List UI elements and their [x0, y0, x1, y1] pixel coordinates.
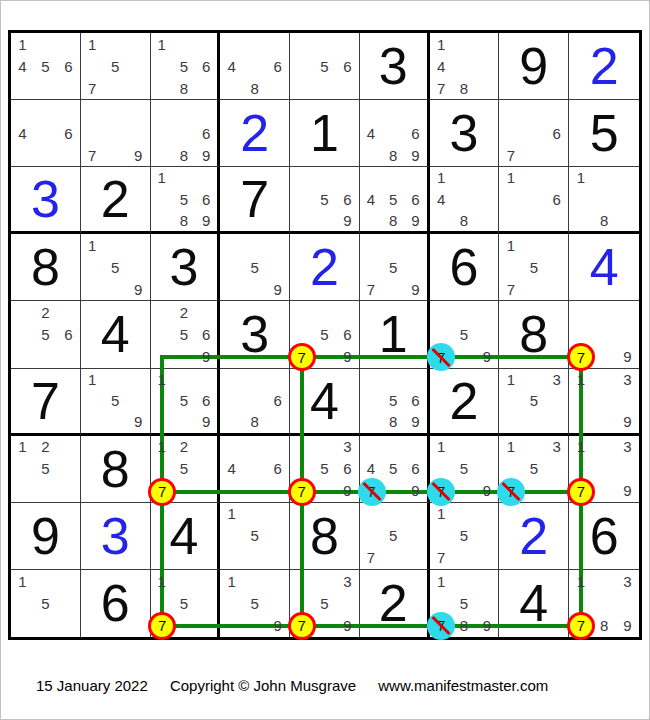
candidate-5: 5 — [173, 592, 195, 614]
candidate-1: 1 — [569, 436, 592, 458]
footer-copyright: Copyright © John Musgrave — [170, 677, 356, 694]
candidate-1: 1 — [151, 436, 173, 458]
given-digit: 8 — [499, 301, 568, 367]
cell-r2c6[interactable]: 4689 — [360, 100, 430, 167]
sudoku-board: 1456157156846856314789246796892146893675… — [8, 30, 642, 640]
candidate-8: 8 — [453, 77, 476, 99]
candidate-4: 4 — [11, 122, 34, 144]
cell-r2c7[interactable]: 3 — [430, 100, 500, 167]
given-digit: 1 — [290, 100, 359, 166]
cell-r2c1[interactable]: 46 — [11, 100, 81, 167]
candidate-6: 6 — [545, 122, 568, 144]
cell-r6c9[interactable]: 139 — [569, 369, 639, 436]
candidate-4: 4 — [220, 458, 243, 480]
candidate-1: 1 — [220, 570, 243, 592]
cell-r5c8[interactable]: 8 — [499, 301, 569, 368]
candidates: 159 — [81, 234, 150, 300]
candidate-8: 8 — [382, 411, 404, 432]
candidate-6: 6 — [266, 390, 289, 411]
cell-r6c8[interactable]: 135 — [499, 369, 569, 436]
given-digit: 2 — [81, 167, 150, 231]
candidate-5: 5 — [173, 458, 195, 480]
cell-r6c1[interactable]: 7 — [11, 369, 81, 436]
cell-r8c1[interactable]: 9 — [11, 503, 81, 570]
candidates: 1568 — [151, 33, 218, 99]
candidate-5: 5 — [173, 390, 195, 411]
candidate-4: 4 — [220, 55, 243, 77]
candidate-1: 1 — [11, 570, 34, 592]
candidate-5: 5 — [313, 323, 336, 345]
solved-digit: 2 — [290, 234, 359, 300]
elimination-slash-icon — [502, 482, 521, 501]
candidate-6: 6 — [195, 390, 217, 411]
candidate-7: 7 — [430, 547, 453, 569]
solved-digit: 3 — [11, 167, 80, 231]
cell-r6c7[interactable]: 2 — [430, 369, 500, 436]
cell-r2c2[interactable]: 79 — [81, 100, 151, 167]
cell-r1c4[interactable]: 468 — [220, 33, 290, 100]
candidates: 56 — [290, 33, 359, 99]
candidate-7: 7 — [81, 77, 104, 99]
candidate-9: 9 — [195, 411, 217, 432]
candidates: 159 — [81, 369, 150, 433]
candidate-5: 5 — [522, 390, 545, 411]
candidate-5: 5 — [173, 55, 195, 77]
candidate-6: 6 — [404, 189, 426, 210]
candidate-5: 5 — [453, 323, 476, 345]
candidates: 15689 — [151, 167, 218, 231]
candidate-5: 5 — [243, 256, 266, 278]
candidates: 579 — [360, 234, 427, 300]
given-digit: 4 — [81, 301, 150, 367]
candidate-2: 2 — [173, 301, 195, 323]
cell-r4c1[interactable]: 8 — [11, 234, 81, 301]
candidates: 5689 — [360, 369, 427, 433]
candidate-1: 1 — [81, 369, 104, 390]
cell-r2c5[interactable]: 1 — [290, 100, 360, 167]
eliminated-7-r7c8: 7 — [497, 478, 525, 506]
cell-r9c1[interactable]: 15 — [11, 570, 81, 637]
loop-node-7-r7c5: 7 — [288, 478, 316, 506]
loop-node-7-r7c3: 7 — [148, 478, 176, 506]
candidates: 57 — [360, 503, 427, 569]
candidate-4: 4 — [360, 189, 382, 210]
loop-node-7-r9c9: 7 — [567, 612, 595, 640]
cell-r9c4[interactable]: 159 — [220, 570, 290, 637]
candidate-3: 3 — [616, 369, 639, 390]
given-digit: 8 — [11, 234, 80, 300]
elimination-slash-icon — [432, 482, 451, 501]
candidate-7: 7 — [499, 144, 522, 166]
cell-r5c4[interactable]: 3 — [220, 301, 290, 368]
candidates: 2569 — [151, 301, 218, 367]
candidate-9: 9 — [404, 278, 426, 300]
cell-r3c4[interactable]: 7 — [220, 167, 290, 234]
candidate-1: 1 — [430, 167, 453, 188]
candidate-1: 1 — [151, 369, 173, 390]
given-digit: 8 — [290, 503, 359, 569]
given-digit: 9 — [11, 503, 80, 569]
candidates: 79 — [81, 100, 150, 166]
candidate-8: 8 — [173, 77, 195, 99]
candidate-9: 9 — [195, 210, 217, 231]
candidates: 157 — [430, 503, 499, 569]
candidate-8: 8 — [592, 210, 615, 231]
candidate-3: 3 — [336, 570, 359, 592]
candidate-9: 9 — [266, 615, 289, 637]
candidate-2: 2 — [34, 301, 57, 323]
candidate-9: 9 — [404, 480, 426, 502]
given-digit: 8 — [81, 436, 150, 502]
candidates: 15 — [11, 570, 80, 637]
candidate-8: 8 — [382, 210, 404, 231]
candidate-6: 6 — [266, 458, 289, 480]
candidate-9: 9 — [616, 480, 639, 502]
candidate-9: 9 — [127, 411, 150, 432]
candidate-5: 5 — [522, 256, 545, 278]
candidate-2: 2 — [173, 436, 195, 458]
candidate-5: 5 — [173, 323, 195, 345]
candidate-1: 1 — [430, 503, 453, 525]
candidate-8: 8 — [453, 615, 476, 637]
candidate-5: 5 — [243, 592, 266, 614]
candidate-5: 5 — [34, 323, 57, 345]
candidate-1: 1 — [430, 436, 453, 458]
given-digit: 6 — [569, 503, 639, 569]
candidate-1: 1 — [220, 503, 243, 525]
cell-r5c6[interactable]: 1 — [360, 301, 430, 368]
candidates: 159 — [220, 570, 289, 637]
candidate-6: 6 — [195, 122, 217, 144]
cell-r2c8[interactable]: 67 — [499, 100, 569, 167]
eliminated-7-r7c6: 7 — [358, 478, 386, 506]
candidate-2: 2 — [34, 436, 57, 458]
candidate-9: 9 — [476, 615, 499, 637]
candidate-4: 4 — [430, 55, 453, 77]
candidate-9: 9 — [195, 144, 217, 166]
candidate-9: 9 — [616, 346, 639, 368]
cell-r3c2[interactable]: 2 — [81, 167, 151, 234]
candidates: 68 — [220, 369, 289, 433]
given-digit: 4 — [151, 503, 218, 569]
candidate-9: 9 — [616, 615, 639, 637]
cell-r8c9[interactable]: 6 — [569, 503, 639, 570]
candidate-4: 4 — [11, 55, 34, 77]
candidate-6: 6 — [57, 122, 80, 144]
cell-r2c3[interactable]: 689 — [151, 100, 221, 167]
candidate-5: 5 — [313, 592, 336, 614]
candidates: 1569 — [151, 369, 218, 433]
candidate-9: 9 — [336, 615, 359, 637]
candidate-9: 9 — [195, 346, 217, 368]
cell-r8c2[interactable]: 3 — [81, 503, 151, 570]
candidate-5: 5 — [382, 390, 404, 411]
candidate-5: 5 — [453, 458, 476, 480]
cell-r5c1[interactable]: 256 — [11, 301, 81, 368]
loop-node-7-r9c5: 7 — [288, 612, 316, 640]
cell-r3c8[interactable]: 16 — [499, 167, 569, 234]
cell-r6c5[interactable]: 4 — [290, 369, 360, 436]
candidate-7: 7 — [430, 77, 453, 99]
candidate-8: 8 — [173, 210, 195, 231]
loop-node-7-r5c5: 7 — [288, 343, 316, 371]
given-digit: 4 — [290, 369, 359, 433]
cell-r8c4[interactable]: 15 — [220, 503, 290, 570]
cell-r3c6[interactable]: 45689 — [360, 167, 430, 234]
candidate-4: 4 — [360, 458, 382, 480]
candidate-8: 8 — [453, 210, 476, 231]
candidate-6: 6 — [195, 189, 217, 210]
solved-digit: 2 — [499, 503, 568, 569]
candidate-1: 1 — [499, 436, 522, 458]
candidates: 1478 — [430, 33, 499, 99]
cell-r1c2[interactable]: 157 — [81, 33, 151, 100]
cell-r7c1[interactable]: 125 — [11, 436, 81, 503]
cell-r9c2[interactable]: 6 — [81, 570, 151, 637]
candidates: 135 — [499, 369, 568, 433]
given-digit: 7 — [220, 167, 289, 231]
candidate-6: 6 — [266, 55, 289, 77]
solved-digit: 4 — [569, 234, 639, 300]
given-digit: 9 — [499, 33, 568, 99]
candidate-9: 9 — [476, 480, 499, 502]
candidates: 468 — [220, 33, 289, 99]
candidate-3: 3 — [616, 436, 639, 458]
cell-r1c1[interactable]: 1456 — [11, 33, 81, 100]
candidate-9: 9 — [476, 346, 499, 368]
candidate-1: 1 — [569, 570, 592, 592]
candidates: 148 — [430, 167, 499, 231]
cell-r1c7[interactable]: 1478 — [430, 33, 500, 100]
given-digit: 6 — [81, 570, 150, 637]
candidate-1: 1 — [430, 33, 453, 55]
candidate-5: 5 — [34, 55, 57, 77]
candidates: 125 — [11, 436, 80, 502]
cell-r3c7[interactable]: 148 — [430, 167, 500, 234]
candidate-9: 9 — [266, 278, 289, 300]
candidate-6: 6 — [195, 323, 217, 345]
elimination-slash-icon — [362, 482, 381, 501]
candidate-9: 9 — [127, 144, 150, 166]
candidate-6: 6 — [336, 458, 359, 480]
candidate-6: 6 — [336, 55, 359, 77]
candidate-3: 3 — [616, 570, 639, 592]
candidate-1: 1 — [151, 570, 173, 592]
cell-r8c7[interactable]: 157 — [430, 503, 500, 570]
cell-r2c9[interactable]: 5 — [569, 100, 639, 167]
candidate-5: 5 — [173, 189, 195, 210]
cell-r4c4[interactable]: 59 — [220, 234, 290, 301]
candidate-5: 5 — [313, 55, 336, 77]
candidates: 689 — [151, 100, 218, 166]
candidate-5: 5 — [382, 525, 404, 547]
candidates: 157 — [499, 234, 568, 300]
candidate-5: 5 — [522, 458, 545, 480]
cell-r1c6[interactable]: 3 — [360, 33, 430, 100]
footer: 15 January 2022 Copyright © John Musgrav… — [36, 677, 566, 694]
candidate-6: 6 — [57, 55, 80, 77]
elimination-slash-icon — [432, 348, 451, 367]
candidate-4: 4 — [430, 189, 453, 210]
cell-r1c3[interactable]: 1568 — [151, 33, 221, 100]
candidates: 46 — [220, 436, 289, 502]
candidate-7: 7 — [360, 547, 382, 569]
candidate-5: 5 — [243, 525, 266, 547]
cell-r4c7[interactable]: 6 — [430, 234, 500, 301]
solved-digit: 2 — [569, 33, 639, 99]
cell-r5c3[interactable]: 2569 — [151, 301, 221, 368]
cell-r6c4[interactable]: 68 — [220, 369, 290, 436]
cell-r6c6[interactable]: 5689 — [360, 369, 430, 436]
cell-r9c8[interactable]: 4 — [499, 570, 569, 637]
candidate-9: 9 — [127, 278, 150, 300]
cell-r7c4[interactable]: 46 — [220, 436, 290, 503]
candidates: 1456 — [11, 33, 80, 99]
cell-r5c2[interactable]: 4 — [81, 301, 151, 368]
cell-r8c3[interactable]: 4 — [151, 503, 221, 570]
candidates: 569 — [290, 167, 359, 231]
candidate-1: 1 — [81, 33, 104, 55]
candidates: 67 — [499, 100, 568, 166]
cell-r3c3[interactable]: 15689 — [151, 167, 221, 234]
candidates: 59 — [220, 234, 289, 300]
given-digit: 3 — [430, 100, 499, 166]
candidate-8: 8 — [382, 144, 404, 166]
given-digit: 3 — [151, 234, 218, 300]
candidate-1: 1 — [499, 167, 522, 188]
candidate-5: 5 — [382, 256, 404, 278]
candidate-6: 6 — [336, 189, 359, 210]
candidate-1: 1 — [11, 33, 34, 55]
eliminated-7-r7c7: 7 — [427, 478, 455, 506]
candidate-3: 3 — [545, 436, 568, 458]
candidate-5: 5 — [313, 189, 336, 210]
eliminated-7-r9c7: 7 — [427, 612, 455, 640]
candidate-6: 6 — [404, 458, 426, 480]
candidates: 15 — [220, 503, 289, 569]
candidate-1: 1 — [499, 234, 522, 256]
candidate-7: 7 — [360, 278, 382, 300]
candidates: 45689 — [360, 167, 427, 231]
candidate-1: 1 — [569, 369, 592, 390]
loop-node-7-r9c3: 7 — [148, 612, 176, 640]
candidate-6: 6 — [195, 55, 217, 77]
candidate-6: 6 — [404, 122, 426, 144]
loop-node-7-r7c9: 7 — [567, 478, 595, 506]
cell-r6c2[interactable]: 159 — [81, 369, 151, 436]
candidates: 46 — [11, 100, 80, 166]
candidate-9: 9 — [336, 346, 359, 368]
candidate-9: 9 — [616, 411, 639, 432]
cell-r1c9[interactable]: 2 — [569, 33, 639, 100]
cell-r1c8[interactable]: 9 — [499, 33, 569, 100]
candidate-7: 7 — [81, 144, 104, 166]
candidate-5: 5 — [104, 256, 127, 278]
candidate-6: 6 — [545, 189, 568, 210]
candidate-9: 9 — [404, 210, 426, 231]
candidate-6: 6 — [57, 323, 80, 345]
candidate-4: 4 — [360, 122, 382, 144]
cell-r4c9[interactable]: 4 — [569, 234, 639, 301]
solved-digit: 3 — [81, 503, 150, 569]
candidate-8: 8 — [592, 615, 615, 637]
candidate-5: 5 — [104, 390, 127, 411]
cell-r3c9[interactable]: 18 — [569, 167, 639, 234]
cell-r4c2[interactable]: 159 — [81, 234, 151, 301]
candidate-1: 1 — [151, 167, 173, 188]
candidate-5: 5 — [34, 592, 57, 614]
candidate-3: 3 — [336, 436, 359, 458]
candidate-5: 5 — [382, 458, 404, 480]
given-digit: 6 — [430, 234, 499, 300]
cell-r6c3[interactable]: 1569 — [151, 369, 221, 436]
cell-r4c5[interactable]: 2 — [290, 234, 360, 301]
candidate-9: 9 — [404, 411, 426, 432]
cell-r4c8[interactable]: 157 — [499, 234, 569, 301]
cell-r3c5[interactable]: 569 — [290, 167, 360, 234]
candidate-8: 8 — [173, 144, 195, 166]
cell-r9c6[interactable]: 2 — [360, 570, 430, 637]
given-digit: 1 — [360, 301, 427, 367]
footer-date: 15 January 2022 — [36, 677, 148, 694]
candidate-1: 1 — [81, 234, 104, 256]
cell-r8c6[interactable]: 57 — [360, 503, 430, 570]
candidate-6: 6 — [404, 390, 426, 411]
candidate-1: 1 — [499, 369, 522, 390]
candidate-8: 8 — [243, 77, 266, 99]
cell-r4c6[interactable]: 579 — [360, 234, 430, 301]
given-digit: 3 — [220, 301, 289, 367]
given-digit: 5 — [569, 100, 639, 166]
given-digit: 3 — [360, 33, 427, 99]
candidates: 256 — [11, 301, 80, 367]
cell-r8c5[interactable]: 8 — [290, 503, 360, 570]
candidates: 139 — [569, 369, 639, 433]
candidate-1: 1 — [151, 33, 173, 55]
candidate-5: 5 — [453, 525, 476, 547]
elimination-slash-icon — [432, 616, 451, 635]
candidates: 18 — [569, 167, 639, 231]
given-digit: 4 — [499, 570, 568, 637]
candidate-1: 1 — [569, 167, 592, 188]
cell-r1c5[interactable]: 56 — [290, 33, 360, 100]
candidate-8: 8 — [243, 411, 266, 432]
candidate-9: 9 — [404, 144, 426, 166]
candidate-5: 5 — [382, 189, 404, 210]
candidate-5: 5 — [453, 592, 476, 614]
candidate-6: 6 — [336, 323, 359, 345]
candidates: 16 — [499, 167, 568, 231]
candidate-7: 7 — [499, 278, 522, 300]
candidate-9: 9 — [336, 210, 359, 231]
cell-r2c4[interactable]: 2 — [220, 100, 290, 167]
cell-r4c3[interactable]: 3 — [151, 234, 221, 301]
cell-r3c1[interactable]: 3 — [11, 167, 81, 234]
candidate-1: 1 — [11, 436, 34, 458]
cell-r8c8[interactable]: 2 — [499, 503, 569, 570]
candidate-5: 5 — [313, 458, 336, 480]
candidate-5: 5 — [34, 458, 57, 480]
given-digit: 2 — [430, 369, 499, 433]
candidate-3: 3 — [545, 369, 568, 390]
candidate-1: 1 — [430, 570, 453, 592]
candidates: 4689 — [360, 100, 427, 166]
given-digit: 2 — [360, 570, 427, 637]
solved-digit: 2 — [220, 100, 289, 166]
cell-r7c2[interactable]: 8 — [81, 436, 151, 503]
candidate-5: 5 — [104, 55, 127, 77]
given-digit: 7 — [11, 369, 80, 433]
